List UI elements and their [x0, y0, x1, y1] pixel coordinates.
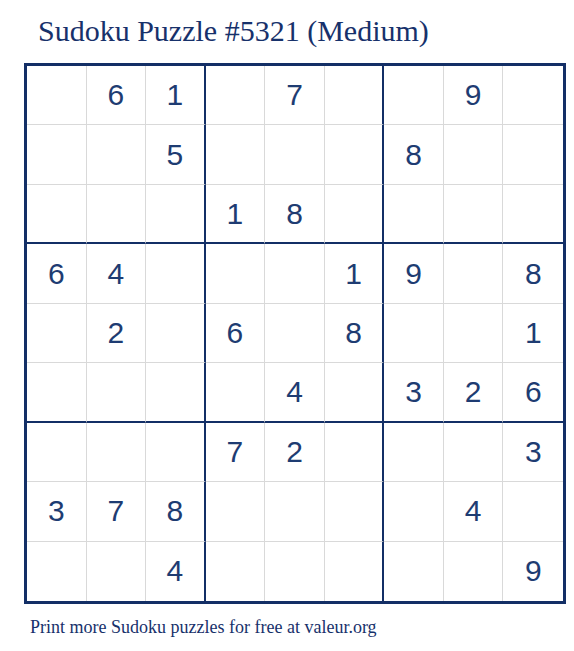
cell-r9c8[interactable]: [444, 542, 504, 601]
cell-r5c1[interactable]: [27, 304, 87, 363]
cell-r7c9[interactable]: 3: [503, 423, 563, 482]
cell-r3c4[interactable]: 1: [206, 185, 266, 244]
cell-r1c5[interactable]: 7: [265, 66, 325, 125]
cell-r9c3[interactable]: 4: [146, 542, 206, 601]
cell-r4c8[interactable]: [444, 244, 504, 303]
cell-r5c3[interactable]: [146, 304, 206, 363]
cell-r7c7[interactable]: [384, 423, 444, 482]
cell-r8c6[interactable]: [325, 482, 385, 541]
cell-r6c3[interactable]: [146, 363, 206, 422]
cell-r8c8[interactable]: 4: [444, 482, 504, 541]
cell-r5c4[interactable]: 6: [206, 304, 266, 363]
cell-r3c3[interactable]: [146, 185, 206, 244]
cell-r9c6[interactable]: [325, 542, 385, 601]
cell-r1c7[interactable]: [384, 66, 444, 125]
cell-r3c1[interactable]: [27, 185, 87, 244]
cell-r1c4[interactable]: [206, 66, 266, 125]
cell-r7c4[interactable]: 7: [206, 423, 266, 482]
cell-r5c7[interactable]: [384, 304, 444, 363]
cell-r7c6[interactable]: [325, 423, 385, 482]
cell-r8c4[interactable]: [206, 482, 266, 541]
cell-r4c4[interactable]: [206, 244, 266, 303]
cell-r5c2[interactable]: 2: [87, 304, 147, 363]
cell-r9c9[interactable]: 9: [503, 542, 563, 601]
footer-text: Print more Sudoku puzzles for free at va…: [30, 616, 377, 638]
cell-r4c1[interactable]: 6: [27, 244, 87, 303]
cell-r3c8[interactable]: [444, 185, 504, 244]
cell-r4c9[interactable]: 8: [503, 244, 563, 303]
cell-r5c8[interactable]: [444, 304, 504, 363]
cell-r9c4[interactable]: [206, 542, 266, 601]
cell-r6c1[interactable]: [27, 363, 87, 422]
cell-r3c2[interactable]: [87, 185, 147, 244]
cell-r6c6[interactable]: [325, 363, 385, 422]
cell-r9c5[interactable]: [265, 542, 325, 601]
cell-r4c5[interactable]: [265, 244, 325, 303]
cell-r5c5[interactable]: [265, 304, 325, 363]
cell-r7c8[interactable]: [444, 423, 504, 482]
page: Sudoku Puzzle #5321 (Medium) 61795818641…: [0, 0, 574, 651]
cell-r6c5[interactable]: 4: [265, 363, 325, 422]
cell-r9c7[interactable]: [384, 542, 444, 601]
sudoku-grid: 617958186419826814326723378449: [24, 63, 566, 604]
cell-r7c3[interactable]: [146, 423, 206, 482]
cell-r2c6[interactable]: [325, 125, 385, 184]
cell-r1c8[interactable]: 9: [444, 66, 504, 125]
cell-r4c7[interactable]: 9: [384, 244, 444, 303]
cell-r8c2[interactable]: 7: [87, 482, 147, 541]
cell-r6c8[interactable]: 2: [444, 363, 504, 422]
cell-r1c2[interactable]: 6: [87, 66, 147, 125]
cell-r8c3[interactable]: 8: [146, 482, 206, 541]
cell-r6c7[interactable]: 3: [384, 363, 444, 422]
cell-r3c9[interactable]: [503, 185, 563, 244]
cell-r2c3[interactable]: 5: [146, 125, 206, 184]
cell-r3c6[interactable]: [325, 185, 385, 244]
page-title: Sudoku Puzzle #5321 (Medium): [38, 13, 429, 49]
cell-r4c3[interactable]: [146, 244, 206, 303]
cell-r8c9[interactable]: [503, 482, 563, 541]
cell-r4c2[interactable]: 4: [87, 244, 147, 303]
cell-r3c7[interactable]: [384, 185, 444, 244]
cell-r2c9[interactable]: [503, 125, 563, 184]
cell-r4c6[interactable]: 1: [325, 244, 385, 303]
cell-r7c5[interactable]: 2: [265, 423, 325, 482]
cell-r8c5[interactable]: [265, 482, 325, 541]
cell-r6c2[interactable]: [87, 363, 147, 422]
cell-r9c2[interactable]: [87, 542, 147, 601]
cell-r2c8[interactable]: [444, 125, 504, 184]
cell-r6c9[interactable]: 6: [503, 363, 563, 422]
cell-r1c9[interactable]: [503, 66, 563, 125]
cell-r2c5[interactable]: [265, 125, 325, 184]
cell-r2c4[interactable]: [206, 125, 266, 184]
cell-r7c2[interactable]: [87, 423, 147, 482]
cell-r1c1[interactable]: [27, 66, 87, 125]
cell-r5c6[interactable]: 8: [325, 304, 385, 363]
cell-r8c1[interactable]: 3: [27, 482, 87, 541]
cell-r5c9[interactable]: 1: [503, 304, 563, 363]
cell-r6c4[interactable]: [206, 363, 266, 422]
cell-r2c2[interactable]: [87, 125, 147, 184]
cell-r1c6[interactable]: [325, 66, 385, 125]
cell-r2c1[interactable]: [27, 125, 87, 184]
cell-r9c1[interactable]: [27, 542, 87, 601]
cell-r7c1[interactable]: [27, 423, 87, 482]
cell-r3c5[interactable]: 8: [265, 185, 325, 244]
cell-r8c7[interactable]: [384, 482, 444, 541]
cell-r1c3[interactable]: 1: [146, 66, 206, 125]
cell-r2c7[interactable]: 8: [384, 125, 444, 184]
